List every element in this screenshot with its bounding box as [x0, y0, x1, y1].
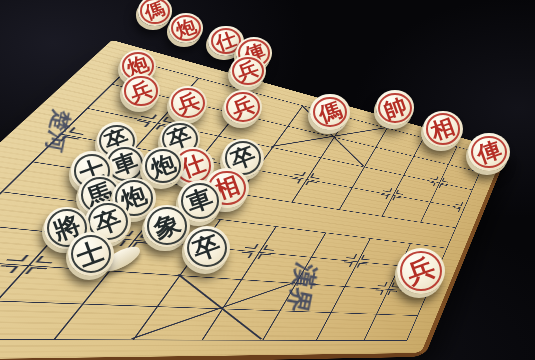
piece-red-horse[interactable]: 傌	[138, 0, 172, 26]
piece-red-horse[interactable]: 傌	[310, 94, 349, 129]
piece-black-soldier[interactable]: 卒	[184, 226, 231, 270]
piece-character: 俥	[474, 138, 504, 167]
piece-character: 兵	[174, 89, 202, 116]
piece-character: 傌	[316, 98, 344, 125]
piece-red-chariot[interactable]: 俥	[468, 133, 509, 171]
piece-red-general[interactable]: 帥	[376, 90, 415, 125]
piece-character: 車	[110, 149, 141, 178]
piece-character: 仕	[213, 29, 239, 54]
piece-character: 兵	[127, 78, 155, 105]
piece-character: 象	[150, 210, 183, 242]
piece-character: 兵	[404, 254, 439, 288]
river-text-left: 楚河	[35, 114, 80, 148]
piece-character: 卒	[190, 232, 224, 265]
piece-character: 兵	[235, 58, 262, 84]
piece-character: 士	[74, 238, 108, 271]
piece-character: 炮	[173, 16, 198, 40]
piece-red-elephant[interactable]: 相	[423, 111, 463, 147]
piece-character: 兵	[229, 93, 257, 120]
piece-black-elephant[interactable]: 象	[144, 205, 189, 248]
board-markings	[0, 40, 505, 360]
piece-character: 炮	[148, 151, 179, 180]
photo-scene: 楚河 漢界 傌炮仕俥兵炮兵兵兵傌帥相俥仕相兵卒卒卒車炮士馬炮車卒將象卒士	[0, 0, 535, 360]
piece-red-soldier[interactable]: 兵	[397, 248, 445, 294]
river-text-right: 漢界	[275, 268, 329, 308]
piece-red-cannon[interactable]: 炮	[169, 13, 204, 43]
piece-character: 帥	[381, 94, 409, 121]
piece-black-cannon[interactable]: 炮	[142, 147, 184, 186]
piece-red-soldier[interactable]: 兵	[122, 74, 160, 108]
piece-character: 相	[428, 115, 457, 143]
piece-character: 傌	[143, 0, 167, 23]
piece-character: 車	[184, 186, 216, 217]
xiangqi-board	[0, 40, 509, 360]
